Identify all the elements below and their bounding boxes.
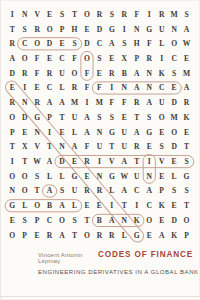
grid-cell: D <box>168 139 180 154</box>
grid-cell: E <box>168 81 180 96</box>
grid-cell: F <box>131 7 143 22</box>
grid-cell: T <box>68 228 80 243</box>
grid-cell: P <box>43 110 55 125</box>
book-title: CODES OF FINANCE <box>98 250 193 259</box>
grid-cell: O <box>81 51 93 66</box>
grid-cell: G <box>143 22 155 37</box>
grid-cell: N <box>18 7 30 22</box>
grid-cell: L <box>118 228 130 243</box>
grid-cell: G <box>131 228 143 243</box>
grid-cell: I <box>6 154 18 169</box>
grid-cell: C <box>56 51 68 66</box>
grid-cell: P <box>180 228 192 243</box>
grid-cell: R <box>81 154 93 169</box>
grid-cell: C <box>18 36 30 51</box>
grid-cell: I <box>18 81 30 96</box>
grid-cell: S <box>56 184 68 199</box>
grid-cell: N <box>118 213 130 228</box>
grid-cell: V <box>31 139 43 154</box>
grid-cell: A <box>56 228 68 243</box>
grid-cell: X <box>118 51 130 66</box>
grid-cell: S <box>31 169 43 184</box>
grid-cell: A <box>118 184 130 199</box>
grid-cell: N <box>93 169 105 184</box>
grid-cell: R <box>131 139 143 154</box>
grid-cell: R <box>31 22 43 37</box>
grid-cell: F <box>81 81 93 96</box>
cover-bottom-edge <box>0 296 200 297</box>
grid-cell: D <box>93 22 105 37</box>
grid-cell: O <box>31 36 43 51</box>
grid-cell: N <box>6 184 18 199</box>
grid-cell: U <box>68 184 80 199</box>
grid-cell: I <box>118 22 130 37</box>
grid-cell: U <box>68 110 80 125</box>
grid-cell: A <box>81 110 93 125</box>
grid-cell: N <box>143 169 155 184</box>
grid-cell: A <box>131 66 143 81</box>
grid-cell: P <box>56 22 68 37</box>
grid-cell: G <box>106 22 118 37</box>
grid-cell: T <box>31 184 43 199</box>
grid-cell: A <box>180 22 192 37</box>
grid-cell: S <box>180 7 192 22</box>
grid-cell: N <box>131 22 143 37</box>
grid-cell: R <box>155 7 167 22</box>
grid-cell: S <box>155 139 167 154</box>
grid-cell: R <box>106 66 118 81</box>
grid-cell: C <box>93 36 105 51</box>
grid-cell: L <box>168 169 180 184</box>
book-cover: INVESTORSRFIRMSTSROPHEDGINGUNARCODESDCAS… <box>0 0 200 300</box>
grid-cell: U <box>118 139 130 154</box>
grid-cell: N <box>31 125 43 140</box>
grid-cell: O <box>31 198 43 213</box>
grid-cell: E <box>118 110 130 125</box>
grid-cell: B <box>118 66 130 81</box>
grid-cell: T <box>68 7 80 22</box>
grid-cell: O <box>155 110 167 125</box>
grid-cell: M <box>68 95 80 110</box>
grid-cell: O <box>168 125 180 140</box>
grid-cell: E <box>93 198 105 213</box>
grid-cell: T <box>131 154 143 169</box>
grid-cell: S <box>68 213 80 228</box>
grid-cell: S <box>180 184 192 199</box>
grid-cell: S <box>106 110 118 125</box>
grid-cell: G <box>68 169 80 184</box>
grid-cell: E <box>155 213 167 228</box>
grid-cell: A <box>43 184 55 199</box>
grid-cell: E <box>31 228 43 243</box>
grid-cell: E <box>93 66 105 81</box>
grid-cell: R <box>93 7 105 22</box>
grid-cell: M <box>168 7 180 22</box>
grid-cell: E <box>155 125 167 140</box>
grid-cell: I <box>81 95 93 110</box>
grid-cell: O <box>18 51 30 66</box>
grid-cell: N <box>93 125 105 140</box>
grid-cell: X <box>18 139 30 154</box>
grid-cell: O <box>81 228 93 243</box>
grid-cell: I <box>6 7 18 22</box>
grid-cell: F <box>31 51 43 66</box>
grid-cell: A <box>6 51 18 66</box>
grid-cell: R <box>18 66 30 81</box>
grid-cell: I <box>143 154 155 169</box>
grid-cell: M <box>168 110 180 125</box>
word-search-grid: INVESTORSRFIRMSTSROPHEDGINGUNARCODESDCAS… <box>6 7 193 243</box>
grid-cell: O <box>18 169 30 184</box>
grid-cell: E <box>43 51 55 66</box>
grid-cell: V <box>31 7 43 22</box>
grid-cell: L <box>68 198 80 213</box>
grid-cell: L <box>43 169 55 184</box>
grid-cell: T <box>180 139 192 154</box>
grid-cell: A <box>56 95 68 110</box>
grid-cell: T <box>131 110 143 125</box>
grid-cell: S <box>118 36 130 51</box>
grid-cell: P <box>155 184 167 199</box>
grid-cell: G <box>106 169 118 184</box>
grid-cell: U <box>131 169 143 184</box>
grid-cell: E <box>81 169 93 184</box>
grid-cell: A <box>180 81 192 96</box>
grid-cell: N <box>168 22 180 37</box>
grid-cell: A <box>106 213 118 228</box>
grid-cell: K <box>168 228 180 243</box>
credits-block: Vincent Antonin Lépinay CODES OF FINANCE… <box>0 250 200 275</box>
grid-cell: S <box>93 51 105 66</box>
grid-cell: R <box>93 184 105 199</box>
grid-cell: R <box>31 95 43 110</box>
grid-cell: R <box>6 95 18 110</box>
grid-cell: S <box>68 36 80 51</box>
grid-cell: V <box>106 154 118 169</box>
grid-cell: W <box>118 169 130 184</box>
grid-cell: E <box>56 125 68 140</box>
grid-cell: U <box>93 139 105 154</box>
grid-cell: B <box>93 213 105 228</box>
grid-cell: C <box>155 81 167 96</box>
grid-cell: S <box>143 110 155 125</box>
grid-cell: C <box>168 51 180 66</box>
grid-cell: L <box>56 169 68 184</box>
grid-cell: E <box>143 228 155 243</box>
grid-cell: K <box>155 66 167 81</box>
grid-cell: P <box>31 213 43 228</box>
byline: Vincent Antonin Lépinay CODES OF FINANCE <box>38 250 193 264</box>
grid-cell: R <box>43 66 55 81</box>
grid-cell: N <box>18 95 30 110</box>
grid-cell: P <box>18 228 30 243</box>
grid-cell: O <box>6 169 18 184</box>
grid-cell: O <box>18 184 30 199</box>
grid-cell: U <box>118 125 130 140</box>
grid-cell: H <box>131 36 143 51</box>
grid-cell: E <box>180 51 192 66</box>
grid-cell: F <box>31 66 43 81</box>
grid-cell: A <box>143 95 155 110</box>
author-name: Vincent Antonin Lépinay <box>38 252 98 264</box>
grid-cell: H <box>68 22 80 37</box>
grid-cell: I <box>93 154 105 169</box>
grid-cell: R <box>43 228 55 243</box>
grid-cell: E <box>56 36 68 51</box>
grid-cell: E <box>43 7 55 22</box>
grid-cell: D <box>18 110 30 125</box>
grid-cell: F <box>81 139 93 154</box>
grid-cell: U <box>56 66 68 81</box>
grid-cell: P <box>131 51 143 66</box>
grid-cell: F <box>118 95 130 110</box>
grid-cell: D <box>168 213 180 228</box>
grid-cell: C <box>43 213 55 228</box>
grid-cell: R <box>180 95 192 110</box>
grid-cell: W <box>31 154 43 169</box>
grid-cell: D <box>56 154 68 169</box>
grid-cell: S <box>168 184 180 199</box>
grid-cell: G <box>31 110 43 125</box>
grid-cell: R <box>143 51 155 66</box>
grid-cell: I <box>131 198 143 213</box>
grid-cell: O <box>81 7 93 22</box>
grid-cell: R <box>93 228 105 243</box>
grid-cell: C <box>43 81 55 96</box>
grid-cell: T <box>118 198 130 213</box>
grid-cell: O <box>143 213 155 228</box>
grid-cell: N <box>118 81 130 96</box>
grid-cell: O <box>6 228 18 243</box>
grid-cell: A <box>106 36 118 51</box>
grid-cell: O <box>43 22 55 37</box>
grid-cell: A <box>131 125 143 140</box>
grid-cell: L <box>155 36 167 51</box>
grid-cell: R <box>68 81 80 96</box>
grid-cell: E <box>6 213 18 228</box>
grid-cell: T <box>6 22 18 37</box>
grid-cell: R <box>131 95 143 110</box>
grid-cell: K <box>155 198 167 213</box>
grid-cell: A <box>131 81 143 96</box>
grid-cell: S <box>106 7 118 22</box>
grid-cell: I <box>106 198 118 213</box>
grid-cell: R <box>6 36 18 51</box>
grid-cell: S <box>18 22 30 37</box>
grid-cell: T <box>43 139 55 154</box>
grid-cell: S <box>93 110 105 125</box>
grid-cell: A <box>43 95 55 110</box>
grid-cell: A <box>118 154 130 169</box>
grid-cell: A <box>43 154 55 169</box>
grid-cell: R <box>118 7 130 22</box>
grid-cell: C <box>143 198 155 213</box>
grid-cell: N <box>143 81 155 96</box>
grid-cell: E <box>106 51 118 66</box>
grid-cell: N <box>143 66 155 81</box>
grid-cell: E <box>6 81 18 96</box>
grid-cell: S <box>18 213 30 228</box>
grid-cell: T <box>18 154 30 169</box>
grid-cell: C <box>131 184 143 199</box>
grid-cell: D <box>168 95 180 110</box>
grid-cell: G <box>6 198 18 213</box>
grid-cell: A <box>155 228 167 243</box>
grid-cell: S <box>168 66 180 81</box>
grid-cell: L <box>68 125 80 140</box>
grid-cell: W <box>180 36 192 51</box>
grid-cell: G <box>143 125 155 140</box>
grid-cell: E <box>81 22 93 37</box>
grid-cell: D <box>6 66 18 81</box>
grid-cell: I <box>106 81 118 96</box>
grid-cell: S <box>180 154 192 169</box>
grid-cell: T <box>56 110 68 125</box>
grid-cell: E <box>31 81 43 96</box>
grid-cell: M <box>180 66 192 81</box>
grid-cell: U <box>155 95 167 110</box>
grid-cell: I <box>155 51 167 66</box>
grid-cell: O <box>68 66 80 81</box>
grid-cell: O <box>168 36 180 51</box>
grid-cell: K <box>180 110 192 125</box>
grid-cell: I <box>143 7 155 22</box>
grid-cell: N <box>56 139 68 154</box>
grid-cell: A <box>143 184 155 199</box>
grid-cell: A <box>56 198 68 213</box>
grid-cell: A <box>81 125 93 140</box>
grid-cell: P <box>6 125 18 140</box>
grid-cell: E <box>180 125 192 140</box>
grid-cell: E <box>168 198 180 213</box>
grid-cell: I <box>43 125 55 140</box>
grid-cell: E <box>143 139 155 154</box>
grid-cell: R <box>106 228 118 243</box>
grid-cell: E <box>18 125 30 140</box>
grid-cell: D <box>43 36 55 51</box>
book-subtitle: ENGINEERING DERIVATIVES IN A GLOBAL BANK <box>38 269 200 275</box>
grid-cell: F <box>68 51 80 66</box>
grid-cell: O <box>180 213 192 228</box>
grid-cell: L <box>56 81 68 96</box>
grid-cell: E <box>168 154 180 169</box>
grid-cell: K <box>131 213 143 228</box>
grid-cell: G <box>180 169 192 184</box>
grid-cell: T <box>6 139 18 154</box>
grid-cell: U <box>155 22 167 37</box>
grid-cell: F <box>143 36 155 51</box>
grid-cell: F <box>93 81 105 96</box>
grid-cell: G <box>106 125 118 140</box>
grid-cell: T <box>81 213 93 228</box>
grid-cell: F <box>81 66 93 81</box>
grid-cell: E <box>155 169 167 184</box>
grid-cell: E <box>81 198 93 213</box>
grid-cell: T <box>180 198 192 213</box>
grid-cell: O <box>6 110 18 125</box>
grid-cell: S <box>56 7 68 22</box>
grid-cell: F <box>106 95 118 110</box>
grid-cell: M <box>93 95 105 110</box>
grid-cell: L <box>18 198 30 213</box>
grid-cell: A <box>68 139 80 154</box>
grid-cell: L <box>106 184 118 199</box>
grid-cell: T <box>106 139 118 154</box>
grid-cell: O <box>56 213 68 228</box>
grid-cell: E <box>68 154 80 169</box>
grid-cell: D <box>81 36 93 51</box>
grid-cell: V <box>155 154 167 169</box>
grid-cell: B <box>43 198 55 213</box>
grid-cell: R <box>81 184 93 199</box>
